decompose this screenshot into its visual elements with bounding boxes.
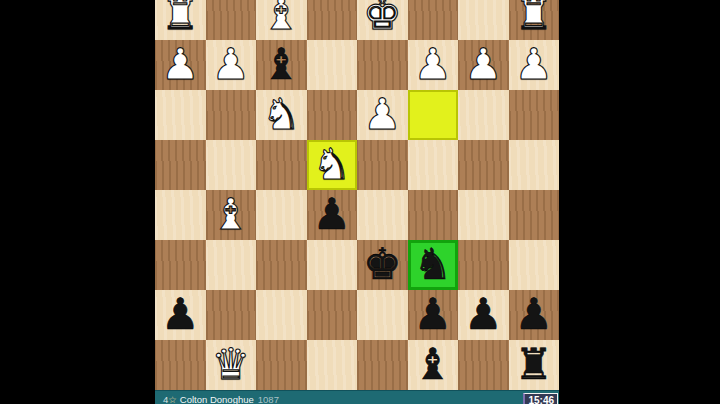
square-f5[interactable] xyxy=(256,190,307,240)
square-f6[interactable] xyxy=(256,240,307,290)
square-c2[interactable]: ♟ xyxy=(408,40,459,90)
piece-wR-a1[interactable]: ♜ xyxy=(509,0,560,40)
square-b1[interactable] xyxy=(458,0,509,40)
piece-bK-d6[interactable]: ♚ xyxy=(357,240,408,290)
square-h2[interactable]: ♟ xyxy=(155,40,206,90)
square-h3[interactable] xyxy=(155,90,206,140)
square-g4[interactable] xyxy=(206,140,257,190)
square-a8[interactable]: ♜ xyxy=(509,340,560,390)
square-d2[interactable] xyxy=(357,40,408,90)
square-b5[interactable] xyxy=(458,190,509,240)
square-b7[interactable]: ♟ xyxy=(458,290,509,340)
piece-wK-d1[interactable]: ♚ xyxy=(357,0,408,40)
piece-wP-a2[interactable]: ♟ xyxy=(509,40,560,90)
square-c5[interactable] xyxy=(408,190,459,240)
square-h5[interactable] xyxy=(155,190,206,240)
square-d1[interactable]: ♚ xyxy=(357,0,408,40)
square-g3[interactable] xyxy=(206,90,257,140)
square-g8[interactable]: ♛ xyxy=(206,340,257,390)
piece-bR-a8[interactable]: ♜ xyxy=(509,340,560,390)
square-a3[interactable] xyxy=(509,90,560,140)
square-g5[interactable]: ♝ xyxy=(206,190,257,240)
square-d5[interactable] xyxy=(357,190,408,240)
square-e5[interactable]: ♟ xyxy=(307,190,358,240)
piece-bB-c8[interactable]: ♝ xyxy=(408,340,459,390)
square-f8[interactable] xyxy=(256,340,307,390)
piece-bP-a7[interactable]: ♟ xyxy=(509,290,560,340)
bottom-player-bar: 4☆Colton Donoghue1087 15:46 xyxy=(155,390,559,404)
piece-bP-b7[interactable]: ♟ xyxy=(458,290,509,340)
square-e2[interactable] xyxy=(307,40,358,90)
square-a7[interactable]: ♟ xyxy=(509,290,560,340)
player-name: Colton Donoghue xyxy=(180,394,254,404)
square-c4[interactable] xyxy=(408,140,459,190)
square-c1[interactable] xyxy=(408,0,459,40)
player-info: 4☆Colton Donoghue1087 xyxy=(155,391,559,404)
square-g1[interactable] xyxy=(206,0,257,40)
piece-wP-g2[interactable]: ♟ xyxy=(206,40,257,90)
square-f3[interactable]: ♞ xyxy=(256,90,307,140)
player-rating: 1087 xyxy=(258,394,279,404)
square-d4[interactable] xyxy=(357,140,408,190)
square-d6[interactable]: ♚ xyxy=(357,240,408,290)
piece-wP-b2[interactable]: ♟ xyxy=(458,40,509,90)
square-a1[interactable]: ♜ xyxy=(509,0,560,40)
square-e3[interactable] xyxy=(307,90,358,140)
video-frame: ♜♝♚♜♟♟♝♟♟♟♞♟♞♝♟♚♞♟♟♟♟♛♝♜ 4☆Colton Donogh… xyxy=(0,0,720,404)
square-e4[interactable]: ♞ xyxy=(307,140,358,190)
player-clock: 15:46 xyxy=(523,393,558,404)
piece-wN-f3[interactable]: ♞ xyxy=(256,90,307,140)
square-c6[interactable]: ♞ xyxy=(408,240,459,290)
square-c3[interactable] xyxy=(408,90,459,140)
square-b6[interactable] xyxy=(458,240,509,290)
piece-bB-f2[interactable]: ♝ xyxy=(256,40,307,90)
piece-bP-h7[interactable]: ♟ xyxy=(155,290,206,340)
square-b3[interactable] xyxy=(458,90,509,140)
square-a6[interactable] xyxy=(509,240,560,290)
star-icon: ☆ xyxy=(168,394,177,404)
square-f2[interactable]: ♝ xyxy=(256,40,307,90)
square-f1[interactable]: ♝ xyxy=(256,0,307,40)
square-h1[interactable]: ♜ xyxy=(155,0,206,40)
square-a5[interactable] xyxy=(509,190,560,240)
piece-wB-f1[interactable]: ♝ xyxy=(256,0,307,40)
square-f4[interactable] xyxy=(256,140,307,190)
square-h4[interactable] xyxy=(155,140,206,190)
square-c8[interactable]: ♝ xyxy=(408,340,459,390)
piece-wP-c2[interactable]: ♟ xyxy=(408,40,459,90)
square-b8[interactable] xyxy=(458,340,509,390)
square-b4[interactable] xyxy=(458,140,509,190)
piece-wP-h2[interactable]: ♟ xyxy=(155,40,206,90)
square-b2[interactable]: ♟ xyxy=(458,40,509,90)
piece-wB-g5[interactable]: ♝ xyxy=(206,190,257,240)
piece-wP-d3[interactable]: ♟ xyxy=(357,90,408,140)
piece-wN-e4[interactable]: ♞ xyxy=(307,140,358,190)
square-d3[interactable]: ♟ xyxy=(357,90,408,140)
square-e1[interactable] xyxy=(307,0,358,40)
square-h7[interactable]: ♟ xyxy=(155,290,206,340)
square-d7[interactable] xyxy=(357,290,408,340)
square-e6[interactable] xyxy=(307,240,358,290)
square-h8[interactable] xyxy=(155,340,206,390)
square-f7[interactable] xyxy=(256,290,307,340)
square-g6[interactable] xyxy=(206,240,257,290)
square-a2[interactable]: ♟ xyxy=(509,40,560,90)
square-e8[interactable] xyxy=(307,340,358,390)
square-g7[interactable] xyxy=(206,290,257,340)
piece-wR-h1[interactable]: ♜ xyxy=(155,0,206,40)
square-g2[interactable]: ♟ xyxy=(206,40,257,90)
square-d8[interactable] xyxy=(357,340,408,390)
square-e7[interactable] xyxy=(307,290,358,340)
piece-bP-e5[interactable]: ♟ xyxy=(307,190,358,240)
piece-bN-c6[interactable]: ♞ xyxy=(408,240,459,290)
square-h6[interactable] xyxy=(155,240,206,290)
square-a4[interactable] xyxy=(509,140,560,190)
piece-bP-c7[interactable]: ♟ xyxy=(408,290,459,340)
piece-wQ-g8[interactable]: ♛ xyxy=(206,340,257,390)
square-c7[interactable]: ♟ xyxy=(408,290,459,340)
chess-board: ♜♝♚♜♟♟♝♟♟♟♞♟♞♝♟♚♞♟♟♟♟♛♝♜ xyxy=(155,0,559,390)
